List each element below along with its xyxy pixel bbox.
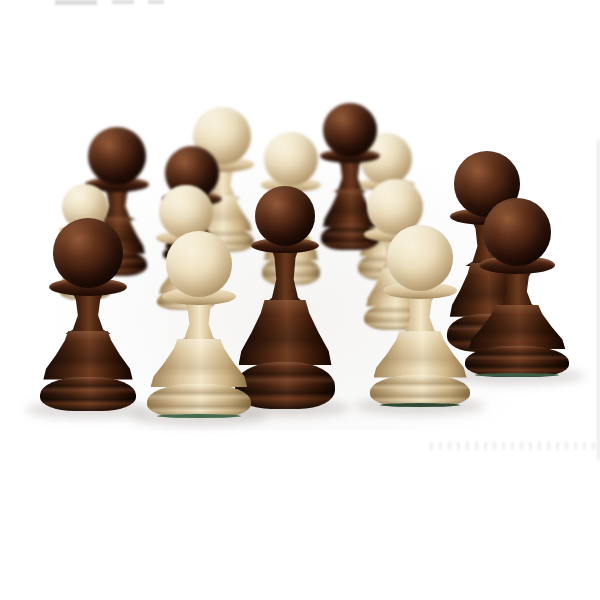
ambient-shadow: [50, 140, 550, 430]
photo-canvas: [0, 0, 600, 600]
pawn-light-front-center-shadow: [131, 408, 266, 426]
edge-artifact-top-2: [112, 0, 134, 4]
edge-artifact-top-1: [55, 0, 97, 5]
pawn-light-front-right-shadow: [355, 397, 485, 415]
pawn-dark-right-front-shadow: [449, 367, 584, 385]
edge-artifact-top-3: [148, 0, 164, 4]
edge-artifact-bottom-ticks: [430, 442, 600, 450]
